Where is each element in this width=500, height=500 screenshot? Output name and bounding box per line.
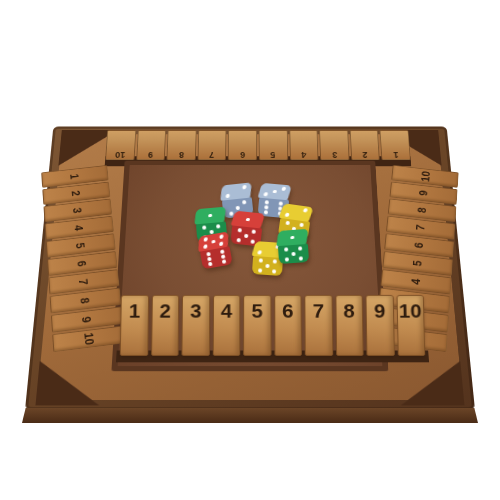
pip — [257, 251, 261, 255]
die-top-face — [231, 211, 266, 229]
pip — [219, 242, 223, 246]
pip — [299, 256, 303, 260]
pip — [220, 249, 225, 254]
pip — [206, 251, 211, 256]
dice-layer — [0, 0, 500, 500]
pip — [284, 257, 288, 261]
pip — [263, 210, 267, 214]
pip — [236, 237, 240, 241]
pip — [264, 200, 268, 204]
pip — [263, 193, 268, 197]
green-die-2[interactable] — [277, 229, 309, 264]
pip — [207, 256, 212, 261]
pip — [226, 194, 230, 198]
pip — [208, 261, 213, 266]
pip — [272, 269, 276, 273]
pip — [221, 254, 226, 259]
die-top-face — [258, 183, 292, 200]
die-top-face — [276, 229, 308, 246]
die-top-face — [194, 207, 226, 225]
red-die-2[interactable] — [197, 232, 232, 270]
pip — [258, 268, 262, 272]
die-front-face — [278, 243, 309, 264]
pip — [264, 205, 268, 209]
pip — [285, 213, 290, 217]
pip — [222, 259, 227, 264]
pip — [204, 245, 208, 249]
product-photo-stage: 10987654321 12345678910 10987654321 1234… — [0, 0, 500, 500]
